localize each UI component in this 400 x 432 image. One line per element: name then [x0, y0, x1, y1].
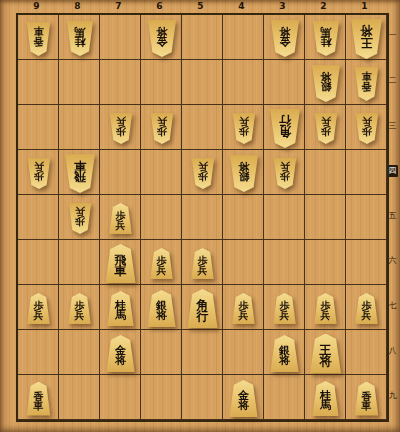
gote-lance-piece[interactable]: 香車 [354, 67, 379, 101]
sente-pawn-piece[interactable]: 歩兵 [109, 203, 133, 234]
square-3i[interactable] [264, 375, 305, 420]
square-9f[interactable] [18, 240, 59, 285]
square-2g[interactable]: 歩兵 [305, 285, 346, 330]
gote-rook-piece[interactable]: 飛車 [64, 154, 96, 193]
gote-bishop-piece[interactable]: 角行 [269, 109, 301, 148]
gote-pawn-piece[interactable]: 歩兵 [232, 113, 256, 144]
sente-pawn-piece[interactable]: 歩兵 [355, 293, 379, 324]
file-label-4: 4 [221, 0, 262, 13]
gote-knight-piece[interactable]: 桂馬 [66, 21, 94, 56]
piece-kanji: 歩兵 [232, 113, 256, 144]
square-4i[interactable]: 金将 [223, 375, 264, 420]
piece-kanji: 金将 [147, 20, 177, 57]
square-7c[interactable]: 歩兵 [100, 105, 141, 150]
sente-knight-piece[interactable]: 桂馬 [107, 291, 135, 326]
square-7h[interactable]: 金将 [100, 330, 141, 375]
gote-silver-piece[interactable]: 銀将 [311, 65, 341, 102]
file-labels: 987654321 [16, 0, 385, 13]
square-7a[interactable] [100, 15, 141, 60]
piece-kanji: 銀将 [229, 155, 259, 192]
piece-kanji: 歩兵 [150, 113, 174, 144]
square-2c[interactable]: 歩兵 [305, 105, 346, 150]
square-8c[interactable] [59, 105, 100, 150]
sente-pawn-piece[interactable]: 歩兵 [68, 293, 92, 324]
square-1a[interactable]: 王将 [346, 15, 387, 60]
square-4g[interactable]: 歩兵 [223, 285, 264, 330]
piece-kanji: 歩兵 [27, 158, 51, 189]
piece-kanji: 香車 [354, 382, 379, 416]
square-1b[interactable]: 香車 [346, 60, 387, 105]
square-2d[interactable] [305, 150, 346, 195]
square-5f[interactable]: 歩兵 [182, 240, 223, 285]
square-2e[interactable] [305, 195, 346, 240]
sente-pawn-piece[interactable]: 歩兵 [273, 293, 297, 324]
piece-kanji: 歩兵 [314, 113, 338, 144]
square-1d[interactable] [346, 150, 387, 195]
sente-gold-piece[interactable]: 金将 [106, 335, 136, 372]
square-8a[interactable]: 桂馬 [59, 15, 100, 60]
square-7b[interactable] [100, 60, 141, 105]
gote-gold-piece[interactable]: 金将 [270, 20, 300, 57]
piece-kanji: 王将 [350, 19, 383, 59]
square-5i[interactable] [182, 375, 223, 420]
square-1h[interactable] [346, 330, 387, 375]
file-label-6: 6 [139, 0, 180, 13]
piece-kanji: 角行 [269, 109, 301, 148]
sente-silver-piece[interactable]: 銀将 [270, 335, 300, 372]
square-8i[interactable] [59, 375, 100, 420]
square-4f[interactable] [223, 240, 264, 285]
piece-kanji: 桂馬 [312, 21, 340, 56]
file-label-7: 7 [98, 0, 139, 13]
square-8e[interactable]: 歩兵 [59, 195, 100, 240]
square-6i[interactable] [141, 375, 182, 420]
gote-gold-piece[interactable]: 金将 [147, 20, 177, 57]
square-9i[interactable]: 香車 [18, 375, 59, 420]
square-6a[interactable]: 金将 [141, 15, 182, 60]
square-5d[interactable]: 歩兵 [182, 150, 223, 195]
square-8b[interactable] [59, 60, 100, 105]
file-label-3: 3 [262, 0, 303, 13]
square-3a[interactable]: 金将 [264, 15, 305, 60]
square-3d[interactable]: 歩兵 [264, 150, 305, 195]
square-3f[interactable] [264, 240, 305, 285]
gote-pawn-piece[interactable]: 歩兵 [150, 113, 174, 144]
gote-lance-piece[interactable]: 香車 [26, 22, 51, 56]
square-3h[interactable]: 銀将 [264, 330, 305, 375]
square-1i[interactable]: 香車 [346, 375, 387, 420]
square-4a[interactable] [223, 15, 264, 60]
square-9b[interactable] [18, 60, 59, 105]
piece-kanji: 桂馬 [66, 21, 94, 56]
sente-rook-piece[interactable]: 飛車 [105, 244, 137, 283]
square-7f[interactable]: 飛車 [100, 240, 141, 285]
square-6h[interactable] [141, 330, 182, 375]
gote-silver-piece[interactable]: 銀将 [229, 155, 259, 192]
square-4h[interactable] [223, 330, 264, 375]
piece-kanji: 銀将 [311, 65, 341, 102]
piece-kanji: 歩兵 [27, 293, 51, 324]
square-5b[interactable] [182, 60, 223, 105]
square-3c[interactable]: 角行 [264, 105, 305, 150]
shogi-board: 987654321 一二三四五六七八九 香車桂馬金将金将桂馬王将銀将香車歩兵歩兵… [0, 0, 400, 432]
gote-knight-piece[interactable]: 桂馬 [312, 21, 340, 56]
gote-pawn-piece[interactable]: 歩兵 [68, 203, 92, 234]
square-9a[interactable]: 香車 [18, 15, 59, 60]
file-label-1: 1 [344, 0, 385, 13]
piece-kanji: 桂馬 [107, 291, 135, 326]
square-5a[interactable] [182, 15, 223, 60]
square-9d[interactable]: 歩兵 [18, 150, 59, 195]
piece-kanji: 金将 [270, 20, 300, 57]
square-6b[interactable] [141, 60, 182, 105]
sente-silver-piece[interactable]: 銀将 [147, 290, 177, 327]
square-7g[interactable]: 桂馬 [100, 285, 141, 330]
square-2f[interactable] [305, 240, 346, 285]
square-4e[interactable] [223, 195, 264, 240]
piece-kanji: 銀将 [270, 335, 300, 372]
piece-kanji: 銀将 [147, 290, 177, 327]
square-7i[interactable] [100, 375, 141, 420]
gote-pawn-piece[interactable]: 歩兵 [273, 158, 297, 189]
piece-kanji: 歩兵 [273, 158, 297, 189]
square-8d[interactable]: 飛車 [59, 150, 100, 195]
piece-kanji: 飛車 [64, 154, 96, 193]
square-2a[interactable]: 桂馬 [305, 15, 346, 60]
square-2b[interactable]: 銀将 [305, 60, 346, 105]
square-1f[interactable] [346, 240, 387, 285]
square-8g[interactable]: 歩兵 [59, 285, 100, 330]
piece-kanji: 金将 [229, 380, 259, 417]
piece-kanji: 香車 [26, 22, 51, 56]
file-label-2: 2 [303, 0, 344, 13]
file-label-5: 5 [180, 0, 221, 13]
square-6f[interactable]: 歩兵 [141, 240, 182, 285]
square-6c[interactable]: 歩兵 [141, 105, 182, 150]
piece-kanji: 歩兵 [68, 203, 92, 234]
square-9g[interactable]: 歩兵 [18, 285, 59, 330]
square-8h[interactable] [59, 330, 100, 375]
piece-kanji: 歩兵 [109, 113, 133, 144]
square-9c[interactable] [18, 105, 59, 150]
gote-king-piece[interactable]: 王将 [350, 19, 383, 59]
square-1g[interactable]: 歩兵 [346, 285, 387, 330]
square-1e[interactable] [346, 195, 387, 240]
piece-kanji: 香車 [354, 67, 379, 101]
square-4d[interactable]: 銀将 [223, 150, 264, 195]
square-6g[interactable]: 銀将 [141, 285, 182, 330]
square-2i[interactable]: 桂馬 [305, 375, 346, 420]
square-6e[interactable] [141, 195, 182, 240]
board-grid: 香車桂馬金将金将桂馬王将銀将香車歩兵歩兵歩兵角行歩兵歩兵歩兵飛車歩兵銀将歩兵歩兵… [16, 13, 389, 422]
square-5h[interactable] [182, 330, 223, 375]
file-label-8: 8 [57, 0, 98, 13]
sente-pawn-piece[interactable]: 歩兵 [232, 293, 256, 324]
gote-pawn-piece[interactable]: 歩兵 [314, 113, 338, 144]
piece-kanji: 金将 [106, 335, 136, 372]
square-1c[interactable]: 歩兵 [346, 105, 387, 150]
square-7e[interactable]: 歩兵 [100, 195, 141, 240]
sente-pawn-piece[interactable]: 歩兵 [191, 248, 215, 279]
square-7d[interactable] [100, 150, 141, 195]
square-9h[interactable] [18, 330, 59, 375]
piece-kanji: 歩兵 [191, 248, 215, 279]
gote-pawn-piece[interactable]: 歩兵 [109, 113, 133, 144]
square-5g[interactable]: 角行 [182, 285, 223, 330]
sente-lance-piece[interactable]: 香車 [354, 382, 379, 416]
sente-pawn-piece[interactable]: 歩兵 [150, 248, 174, 279]
sente-knight-piece[interactable]: 桂馬 [312, 381, 340, 416]
square-3b[interactable] [264, 60, 305, 105]
piece-kanji: 歩兵 [273, 293, 297, 324]
sente-pawn-piece[interactable]: 歩兵 [314, 293, 338, 324]
piece-kanji: 歩兵 [191, 158, 215, 189]
square-5c[interactable] [182, 105, 223, 150]
piece-kanji: 歩兵 [109, 203, 133, 234]
piece-kanji: 歩兵 [355, 113, 379, 144]
square-3g[interactable]: 歩兵 [264, 285, 305, 330]
sente-king-piece[interactable]: 王将 [309, 334, 342, 374]
square-8f[interactable] [59, 240, 100, 285]
square-5e[interactable] [182, 195, 223, 240]
piece-kanji: 歩兵 [150, 248, 174, 279]
sente-bishop-piece[interactable]: 角行 [187, 289, 219, 328]
sente-pawn-piece[interactable]: 歩兵 [27, 293, 51, 324]
piece-kanji: 飛車 [105, 244, 137, 283]
piece-kanji: 王将 [309, 334, 342, 374]
piece-kanji: 歩兵 [314, 293, 338, 324]
square-9e[interactable] [18, 195, 59, 240]
piece-kanji: 歩兵 [68, 293, 92, 324]
square-3e[interactable] [264, 195, 305, 240]
piece-kanji: 桂馬 [312, 381, 340, 416]
piece-kanji: 歩兵 [355, 293, 379, 324]
sente-gold-piece[interactable]: 金将 [229, 380, 259, 417]
file-label-9: 9 [16, 0, 57, 13]
sente-lance-piece[interactable]: 香車 [26, 382, 51, 416]
square-6d[interactable] [141, 150, 182, 195]
square-4b[interactable] [223, 60, 264, 105]
piece-kanji: 歩兵 [232, 293, 256, 324]
square-2h[interactable]: 王将 [305, 330, 346, 375]
piece-kanji: 角行 [187, 289, 219, 328]
gote-pawn-piece[interactable]: 歩兵 [355, 113, 379, 144]
square-4c[interactable]: 歩兵 [223, 105, 264, 150]
piece-kanji: 香車 [26, 382, 51, 416]
gote-pawn-piece[interactable]: 歩兵 [27, 158, 51, 189]
gote-pawn-piece[interactable]: 歩兵 [191, 158, 215, 189]
